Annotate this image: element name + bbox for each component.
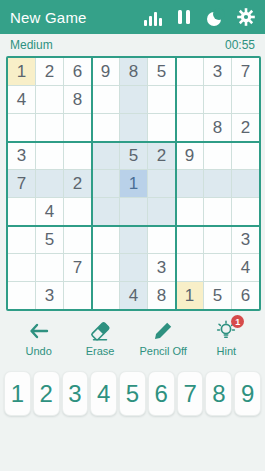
sudoku-grid[interactable]: 1269853748823529721453734348156	[8, 58, 259, 309]
cell-r7c1[interactable]	[8, 226, 35, 253]
cell-r3c5[interactable]	[120, 114, 147, 141]
timer: 00:55	[225, 38, 255, 52]
difficulty-label[interactable]: Medium	[10, 38, 53, 52]
cell-r6c1[interactable]	[8, 198, 35, 225]
cell-r3c8[interactable]: 8	[204, 114, 231, 141]
cell-r3c1[interactable]	[8, 114, 35, 141]
cell-r4c2[interactable]	[36, 142, 63, 169]
app-header: New Game	[0, 0, 265, 34]
cell-r4c4[interactable]	[92, 142, 119, 169]
cell-r1c8[interactable]: 3	[204, 58, 231, 85]
cell-r5c4[interactable]	[92, 170, 119, 197]
cell-r8c3[interactable]: 7	[64, 254, 91, 281]
cell-r2c7[interactable]	[176, 86, 203, 113]
cell-r1c3[interactable]: 6	[64, 58, 91, 85]
cell-r6c2[interactable]: 4	[36, 198, 63, 225]
undo-icon	[28, 320, 50, 342]
pause-icon[interactable]	[175, 8, 193, 26]
cell-r5c8[interactable]	[204, 170, 231, 197]
cell-r9c4[interactable]	[92, 282, 119, 309]
cell-r9c6[interactable]: 8	[148, 282, 175, 309]
hint-label: Hint	[217, 345, 237, 357]
numpad-key-6[interactable]: 6	[148, 371, 175, 416]
page-title: New Game	[10, 9, 87, 26]
cell-r4c9[interactable]	[232, 142, 259, 169]
cell-r2c3[interactable]: 8	[64, 86, 91, 113]
cell-r5c6[interactable]	[148, 170, 175, 197]
cell-r3c2[interactable]	[36, 114, 63, 141]
numpad-key-7[interactable]: 7	[177, 371, 204, 416]
cell-r6c5[interactable]	[120, 198, 147, 225]
dark-mode-icon[interactable]	[206, 8, 224, 26]
settings-icon[interactable]	[237, 8, 255, 26]
cell-r5c1[interactable]: 7	[8, 170, 35, 197]
cell-r9c8[interactable]: 5	[204, 282, 231, 309]
cell-r1c1[interactable]: 1	[8, 58, 35, 85]
cell-r9c5[interactable]: 4	[120, 282, 147, 309]
numpad-key-4[interactable]: 4	[90, 371, 117, 416]
sudoku-board: 1269853748823529721453734348156	[6, 56, 261, 311]
cell-r8c5[interactable]	[120, 254, 147, 281]
numpad-key-1[interactable]: 1	[4, 371, 31, 416]
cell-r6c7[interactable]	[176, 198, 203, 225]
cell-r5c5[interactable]: 1	[120, 170, 147, 197]
cell-r8c8[interactable]	[204, 254, 231, 281]
numpad-key-8[interactable]: 8	[205, 371, 232, 416]
status-bar: Medium 00:55	[0, 34, 265, 56]
cell-r9c3[interactable]	[64, 282, 91, 309]
cell-r3c3[interactable]	[64, 114, 91, 141]
numpad-key-3[interactable]: 3	[62, 371, 89, 416]
cell-r1c6[interactable]: 5	[148, 58, 175, 85]
cell-r4c3[interactable]	[64, 142, 91, 169]
cell-r7c7[interactable]	[176, 226, 203, 253]
pencil-toggle-button[interactable]: Pencil Off	[139, 320, 187, 357]
cell-r8c4[interactable]	[92, 254, 119, 281]
cell-r4c7[interactable]: 9	[176, 142, 203, 169]
cell-r9c1[interactable]	[8, 282, 35, 309]
cell-r1c7[interactable]	[176, 58, 203, 85]
cell-r4c8[interactable]	[204, 142, 231, 169]
cell-r1c2[interactable]: 2	[36, 58, 63, 85]
undo-button[interactable]: Undo	[17, 320, 61, 357]
hint-bulb-icon: 1	[215, 320, 237, 342]
cell-r8c2[interactable]	[36, 254, 63, 281]
action-toolbar: Undo Erase Pencil Off	[0, 320, 265, 357]
cell-r2c1[interactable]: 4	[8, 86, 35, 113]
header-icons	[144, 8, 255, 26]
cell-r6c4[interactable]	[92, 198, 119, 225]
cell-r5c9[interactable]	[232, 170, 259, 197]
cell-r7c5[interactable]	[120, 226, 147, 253]
number-pad: 123456789	[0, 371, 265, 416]
cell-r7c9[interactable]: 3	[232, 226, 259, 253]
cell-r1c9[interactable]: 7	[232, 58, 259, 85]
cell-r3c7[interactable]	[176, 114, 203, 141]
erase-label: Erase	[86, 345, 115, 357]
cell-r7c2[interactable]: 5	[36, 226, 63, 253]
pencil-label: Pencil Off	[139, 345, 187, 357]
numpad-key-5[interactable]: 5	[119, 371, 146, 416]
cell-r1c5[interactable]: 8	[120, 58, 147, 85]
cell-r5c2[interactable]	[36, 170, 63, 197]
cell-r8c9[interactable]: 4	[232, 254, 259, 281]
cell-r4c1[interactable]: 3	[8, 142, 35, 169]
cell-r8c1[interactable]	[8, 254, 35, 281]
eraser-icon	[89, 320, 111, 342]
cell-r7c8[interactable]	[204, 226, 231, 253]
numpad-key-2[interactable]: 2	[33, 371, 60, 416]
cell-r2c8[interactable]	[204, 86, 231, 113]
cell-r5c7[interactable]	[176, 170, 203, 197]
cell-r2c6[interactable]	[148, 86, 175, 113]
cell-r4c6[interactable]: 2	[148, 142, 175, 169]
cell-r7c4[interactable]	[92, 226, 119, 253]
cell-r3c4[interactable]	[92, 114, 119, 141]
cell-r2c4[interactable]	[92, 86, 119, 113]
cell-r7c6[interactable]	[148, 226, 175, 253]
cell-r6c9[interactable]	[232, 198, 259, 225]
hint-count-badge: 1	[231, 315, 244, 328]
cell-r6c6[interactable]	[148, 198, 175, 225]
cell-r9c2[interactable]: 3	[36, 282, 63, 309]
cell-r2c2[interactable]	[36, 86, 63, 113]
cell-r8c7[interactable]	[176, 254, 203, 281]
stats-icon[interactable]	[144, 8, 162, 26]
numpad-key-9[interactable]: 9	[234, 371, 261, 416]
cell-r1c4[interactable]: 9	[92, 58, 119, 85]
cell-r7c3[interactable]	[64, 226, 91, 253]
pencil-icon	[152, 320, 174, 342]
cell-r4c5[interactable]: 5	[120, 142, 147, 169]
undo-label: Undo	[26, 345, 52, 357]
cell-r6c8[interactable]	[204, 198, 231, 225]
cell-r9c7[interactable]: 1	[176, 282, 203, 309]
cell-r8c6[interactable]: 3	[148, 254, 175, 281]
erase-button[interactable]: Erase	[78, 320, 122, 357]
cell-r9c9[interactable]: 6	[232, 282, 259, 309]
cell-r3c6[interactable]	[148, 114, 175, 141]
cell-r2c9[interactable]	[232, 86, 259, 113]
cell-r5c3[interactable]: 2	[64, 170, 91, 197]
cell-r2c5[interactable]	[120, 86, 147, 113]
cell-r6c3[interactable]	[64, 198, 91, 225]
cell-r3c9[interactable]: 2	[232, 114, 259, 141]
hint-button[interactable]: 1 Hint	[204, 320, 248, 357]
